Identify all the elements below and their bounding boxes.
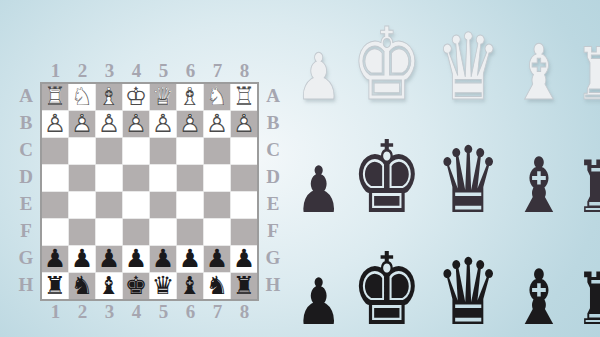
charcoal-set-pawn: ♟ [290,158,347,222]
col-label-4: 4 [123,301,150,323]
square-G8[interactable]: ♟ [231,246,257,272]
square-G3[interactable]: ♟ [96,246,122,272]
col-label-6: 6 [177,301,204,323]
king-icon: ♚ [351,128,423,228]
column-labels-bottom: 12345678 [12,301,287,323]
square-F2[interactable] [69,219,95,245]
black-rook: ♜ [42,273,68,299]
square-E2[interactable] [69,192,95,218]
square-F3[interactable] [96,219,122,245]
square-D6[interactable] [177,165,203,191]
white-pawn: ♙ [177,111,203,137]
square-F7[interactable] [204,219,230,245]
row-label-E: E [259,190,287,217]
square-D7[interactable] [204,165,230,191]
col-label-1: 1 [42,301,69,323]
black-set-rook: ♜ [568,263,600,335]
pawn-icon: ♟ [296,45,342,109]
square-H3[interactable]: ♝ [96,273,122,299]
black-set-king: ♚ [342,240,432,337]
square-C1[interactable] [42,138,68,164]
black-knight: ♞ [204,273,230,299]
square-E8[interactable] [231,192,257,218]
queen-icon: ♛ [435,135,501,227]
square-C3[interactable] [96,138,122,164]
charcoal-set-king: ♚ [342,128,432,228]
white-pawn: ♙ [231,111,257,137]
square-E1[interactable] [42,192,68,218]
square-C7[interactable] [204,138,230,164]
square-B3[interactable]: ♟♙ [96,111,122,137]
chess-board: ♜♖♞♘♝♗♚♔♛♕♝♗♞♘♜♖♟♙♟♙♟♙♟♙♟♙♟♙♟♙♟♙♟♟♟♟♟♟♟♟… [40,82,259,301]
square-B2[interactable]: ♟♙ [69,111,95,137]
col-label-6: 6 [177,60,204,82]
black-pawn: ♟ [231,246,257,272]
square-H8[interactable]: ♜ [231,273,257,299]
square-D2[interactable] [69,165,95,191]
row-label-H: H [12,271,40,298]
black-pawn: ♟ [42,246,68,272]
row-label-G: G [259,244,287,271]
square-G2[interactable]: ♟ [69,246,95,272]
bishop-icon: ♝ [511,260,566,336]
col-label-3: 3 [96,301,123,323]
square-C8[interactable] [231,138,257,164]
square-F6[interactable] [177,219,203,245]
black-king: ♚ [123,273,149,299]
square-C5[interactable] [150,138,176,164]
black-pawn: ♟ [150,246,176,272]
square-C6[interactable] [177,138,203,164]
black-queen: ♛ [150,273,176,299]
piece-set-showcase: ♟♚♛♝♜♞♟♚♛♝♜♞♟♚♛♝♜♞ [286,0,600,337]
black-bishop: ♝ [177,273,203,299]
white-set-row: ♟♚♛♝♜♞ [290,15,600,115]
square-D3[interactable] [96,165,122,191]
square-G4[interactable]: ♟ [123,246,149,272]
col-label-4: 4 [123,60,150,82]
black-bishop: ♝ [96,273,122,299]
col-label-8: 8 [231,60,258,82]
black-set-bishop: ♝ [505,260,573,336]
col-label-2: 2 [69,301,96,323]
square-A7[interactable]: ♞♘ [204,84,230,110]
charcoal-set-row: ♟♚♛♝♜♞ [290,128,600,228]
white-rook: ♖ [42,84,68,110]
square-B8[interactable]: ♟♙ [231,111,257,137]
square-A5[interactable]: ♛♕ [150,84,176,110]
row-label-C: C [259,136,287,163]
square-F1[interactable] [42,219,68,245]
white-bishop: ♗ [96,84,122,110]
square-F4[interactable] [123,219,149,245]
square-B5[interactable]: ♟♙ [150,111,176,137]
queen-icon: ♛ [435,247,501,337]
square-F5[interactable] [150,219,176,245]
square-D5[interactable] [150,165,176,191]
charcoal-set-queen: ♛ [427,135,509,227]
col-label-7: 7 [204,301,231,323]
chess-illustration: 12345678 ABCDEFGH ♜♖♞♘♝♗♚♔♛♕♝♗♞♘♜♖♟♙♟♙♟♙… [0,0,600,337]
queen-icon: ♛ [435,22,501,114]
square-C2[interactable] [69,138,95,164]
king-icon: ♚ [351,240,423,337]
white-set-pawn: ♟ [290,45,347,109]
row-label-B: B [12,109,40,136]
bishop-icon: ♝ [511,148,566,224]
row-label-A: A [12,82,40,109]
black-set-pawn: ♟ [290,270,347,334]
white-king: ♔ [123,84,149,110]
white-set-queen: ♛ [427,22,509,114]
square-D1[interactable] [42,165,68,191]
square-B6[interactable]: ♟♙ [177,111,203,137]
black-set-row: ♟♚♛♝♜♞ [290,240,600,337]
square-H7[interactable]: ♞ [204,273,230,299]
black-pawn: ♟ [177,246,203,272]
black-pawn: ♟ [123,246,149,272]
white-pawn: ♙ [69,111,95,137]
square-H4[interactable]: ♚ [123,273,149,299]
col-label-2: 2 [69,60,96,82]
white-set-king: ♚ [342,15,432,115]
row-label-B: B [259,109,287,136]
square-B1[interactable]: ♟♙ [42,111,68,137]
row-label-D: D [259,163,287,190]
col-label-7: 7 [204,60,231,82]
white-pawn: ♙ [150,111,176,137]
square-D8[interactable] [231,165,257,191]
black-knight: ♞ [69,273,95,299]
square-G1[interactable]: ♟ [42,246,68,272]
square-C4[interactable] [123,138,149,164]
square-B4[interactable]: ♟♙ [123,111,149,137]
square-H2[interactable]: ♞ [69,273,95,299]
square-A2[interactable]: ♞♘ [69,84,95,110]
column-labels-top: 12345678 [12,60,287,82]
col-label-5: 5 [150,60,177,82]
rook-icon: ♜ [574,263,600,335]
row-label-D: D [12,163,40,190]
square-D4[interactable] [123,165,149,191]
row-label-E: E [12,190,40,217]
row-label-H: H [259,271,287,298]
charcoal-set-bishop: ♝ [505,148,573,224]
bishop-icon: ♝ [511,35,566,111]
square-A8[interactable]: ♜♖ [231,84,257,110]
square-F8[interactable] [231,219,257,245]
square-A1[interactable]: ♜♖ [42,84,68,110]
charcoal-set-rook: ♜ [568,151,600,223]
square-H6[interactable]: ♝ [177,273,203,299]
white-knight: ♘ [69,84,95,110]
square-A4[interactable]: ♚♔ [123,84,149,110]
col-label-1: 1 [42,60,69,82]
chess-board-with-coordinates: 12345678 ABCDEFGH ♜♖♞♘♝♗♚♔♛♕♝♗♞♘♜♖♟♙♟♙♟♙… [12,60,287,323]
black-pawn: ♟ [69,246,95,272]
white-pawn: ♙ [42,111,68,137]
white-rook: ♖ [231,84,257,110]
square-H1[interactable]: ♜ [42,273,68,299]
black-pawn: ♟ [96,246,122,272]
square-G5[interactable]: ♟ [150,246,176,272]
pawn-icon: ♟ [296,270,342,334]
col-label-8: 8 [231,301,258,323]
col-label-3: 3 [96,60,123,82]
white-queen: ♕ [150,84,176,110]
row-label-F: F [12,217,40,244]
row-labels-left: ABCDEFGH [12,82,40,298]
row-label-G: G [12,244,40,271]
square-G7[interactable]: ♟ [204,246,230,272]
row-labels-right: ABCDEFGH [259,82,287,298]
square-B7[interactable]: ♟♙ [204,111,230,137]
white-pawn: ♙ [204,111,230,137]
square-E3[interactable] [96,192,122,218]
black-set-queen: ♛ [427,247,509,337]
king-icon: ♚ [351,15,423,115]
square-G6[interactable]: ♟ [177,246,203,272]
col-label-5: 5 [150,301,177,323]
square-E5[interactable] [150,192,176,218]
row-label-A: A [259,82,287,109]
square-E7[interactable] [204,192,230,218]
square-A6[interactable]: ♝♗ [177,84,203,110]
pawn-icon: ♟ [296,158,342,222]
white-bishop: ♗ [177,84,203,110]
row-label-F: F [259,217,287,244]
rook-icon: ♜ [574,151,600,223]
black-pawn: ♟ [204,246,230,272]
white-pawn: ♙ [123,111,149,137]
rook-icon: ♜ [574,38,600,110]
white-pawn: ♙ [96,111,122,137]
square-E6[interactable] [177,192,203,218]
white-set-bishop: ♝ [505,35,573,111]
square-A3[interactable]: ♝♗ [96,84,122,110]
white-knight: ♘ [204,84,230,110]
square-E4[interactable] [123,192,149,218]
white-set-rook: ♜ [568,38,600,110]
square-H5[interactable]: ♛ [150,273,176,299]
black-rook: ♜ [231,273,257,299]
row-label-C: C [12,136,40,163]
